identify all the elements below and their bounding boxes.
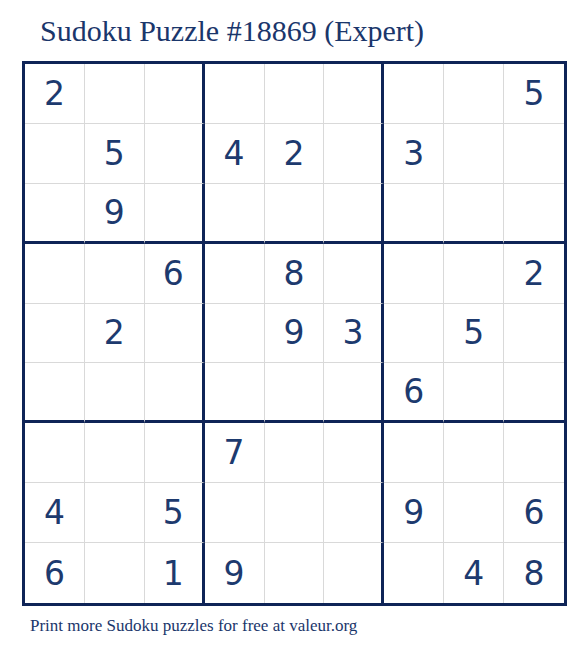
cell-r4c8[interactable] bbox=[444, 244, 504, 304]
cell-r5c1[interactable] bbox=[25, 304, 85, 364]
cell-r6c8[interactable] bbox=[444, 363, 504, 423]
cell-r6c2[interactable] bbox=[85, 363, 145, 423]
cell-r3c8[interactable] bbox=[444, 184, 504, 244]
cell-r3c7[interactable] bbox=[384, 184, 444, 244]
cell-r5c6: 3 bbox=[324, 304, 384, 364]
cell-r3c3[interactable] bbox=[145, 184, 205, 244]
cell-r7c1[interactable] bbox=[25, 423, 85, 483]
cell-r2c5: 2 bbox=[265, 124, 325, 184]
cell-r1c1: 2 bbox=[25, 64, 85, 124]
cell-r2c3[interactable] bbox=[145, 124, 205, 184]
cell-r8c1: 4 bbox=[25, 483, 85, 543]
footer-note: Print more Sudoku puzzles for free at va… bbox=[30, 616, 357, 636]
cell-r7c3[interactable] bbox=[145, 423, 205, 483]
cell-r9c1: 6 bbox=[25, 543, 85, 603]
cell-r2c2: 5 bbox=[85, 124, 145, 184]
cell-r2c1[interactable] bbox=[25, 124, 85, 184]
puzzle-title: Sudoku Puzzle #18869 (Expert) bbox=[40, 14, 424, 48]
cell-r4c3: 6 bbox=[145, 244, 205, 304]
cell-r8c7: 9 bbox=[384, 483, 444, 543]
cell-r5c2: 2 bbox=[85, 304, 145, 364]
cell-r7c9[interactable] bbox=[504, 423, 564, 483]
cell-r8c4[interactable] bbox=[205, 483, 265, 543]
cell-r1c7[interactable] bbox=[384, 64, 444, 124]
cell-r7c2[interactable] bbox=[85, 423, 145, 483]
cell-r2c4: 4 bbox=[205, 124, 265, 184]
cell-r4c9: 2 bbox=[504, 244, 564, 304]
cell-r2c6[interactable] bbox=[324, 124, 384, 184]
sudoku-board: 2554239682293567459661948 bbox=[22, 61, 567, 606]
cell-r5c9[interactable] bbox=[504, 304, 564, 364]
cell-r7c4: 7 bbox=[205, 423, 265, 483]
cell-r9c9: 8 bbox=[504, 543, 564, 603]
cell-r1c5[interactable] bbox=[265, 64, 325, 124]
cell-r8c9: 6 bbox=[504, 483, 564, 543]
cell-r1c3[interactable] bbox=[145, 64, 205, 124]
cell-r8c6[interactable] bbox=[324, 483, 384, 543]
cell-r7c6[interactable] bbox=[324, 423, 384, 483]
cell-r9c5[interactable] bbox=[265, 543, 325, 603]
cell-r6c3[interactable] bbox=[145, 363, 205, 423]
cell-r9c8: 4 bbox=[444, 543, 504, 603]
cell-r3c4[interactable] bbox=[205, 184, 265, 244]
cell-r4c4[interactable] bbox=[205, 244, 265, 304]
cell-r5c7[interactable] bbox=[384, 304, 444, 364]
cell-r1c4[interactable] bbox=[205, 64, 265, 124]
cell-r6c6[interactable] bbox=[324, 363, 384, 423]
cell-r7c7[interactable] bbox=[384, 423, 444, 483]
cell-r4c2[interactable] bbox=[85, 244, 145, 304]
cell-r9c7[interactable] bbox=[384, 543, 444, 603]
cell-r9c3: 1 bbox=[145, 543, 205, 603]
cell-r5c3[interactable] bbox=[145, 304, 205, 364]
cell-r3c2: 9 bbox=[85, 184, 145, 244]
cell-r3c6[interactable] bbox=[324, 184, 384, 244]
cell-r7c5[interactable] bbox=[265, 423, 325, 483]
cell-r5c4[interactable] bbox=[205, 304, 265, 364]
cell-r5c8: 5 bbox=[444, 304, 504, 364]
cell-r4c1[interactable] bbox=[25, 244, 85, 304]
cell-r9c2[interactable] bbox=[85, 543, 145, 603]
cell-r3c1[interactable] bbox=[25, 184, 85, 244]
cell-r8c3: 5 bbox=[145, 483, 205, 543]
cell-r6c1[interactable] bbox=[25, 363, 85, 423]
cell-r7c8[interactable] bbox=[444, 423, 504, 483]
cell-r1c9: 5 bbox=[504, 64, 564, 124]
cell-r4c6[interactable] bbox=[324, 244, 384, 304]
cell-r1c8[interactable] bbox=[444, 64, 504, 124]
cell-r8c8[interactable] bbox=[444, 483, 504, 543]
cell-r6c9[interactable] bbox=[504, 363, 564, 423]
cell-r8c5[interactable] bbox=[265, 483, 325, 543]
cell-r6c7: 6 bbox=[384, 363, 444, 423]
cell-r1c2[interactable] bbox=[85, 64, 145, 124]
cell-r3c5[interactable] bbox=[265, 184, 325, 244]
cell-r1c6[interactable] bbox=[324, 64, 384, 124]
cell-r4c5: 8 bbox=[265, 244, 325, 304]
cell-r9c4: 9 bbox=[205, 543, 265, 603]
cell-r5c5: 9 bbox=[265, 304, 325, 364]
cell-r3c9[interactable] bbox=[504, 184, 564, 244]
cell-r2c9[interactable] bbox=[504, 124, 564, 184]
cell-r2c7: 3 bbox=[384, 124, 444, 184]
cell-r4c7[interactable] bbox=[384, 244, 444, 304]
cell-r2c8[interactable] bbox=[444, 124, 504, 184]
cell-r6c4[interactable] bbox=[205, 363, 265, 423]
cell-r9c6[interactable] bbox=[324, 543, 384, 603]
cell-r8c2[interactable] bbox=[85, 483, 145, 543]
cell-r6c5[interactable] bbox=[265, 363, 325, 423]
